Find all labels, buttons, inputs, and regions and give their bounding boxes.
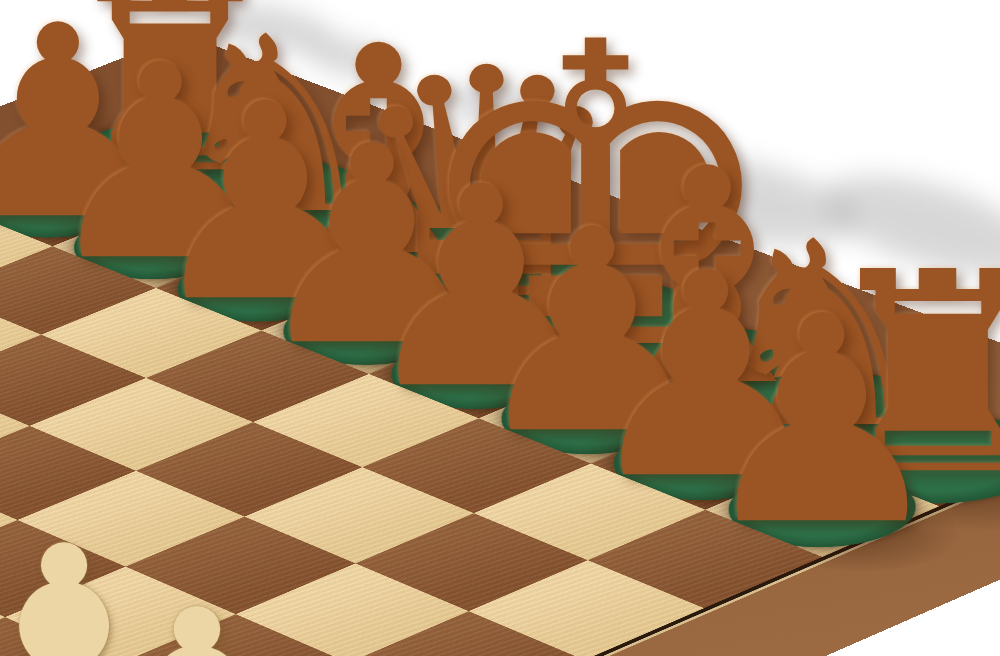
piece-dark-pawn-h7[interactable]: ♟ (694, 280, 949, 565)
pieces-layer: ♜♞♟♝♟♛♟♚♟♝♟♞♟♜♟♟♟♟ (0, 0, 1000, 656)
chess-set-photo: ♜♞♟♝♟♛♟♚♟♝♟♞♟♜♟♟♟♟ (0, 0, 1000, 656)
piece-light-pawn-h2[interactable]: ♟ (66, 572, 329, 656)
